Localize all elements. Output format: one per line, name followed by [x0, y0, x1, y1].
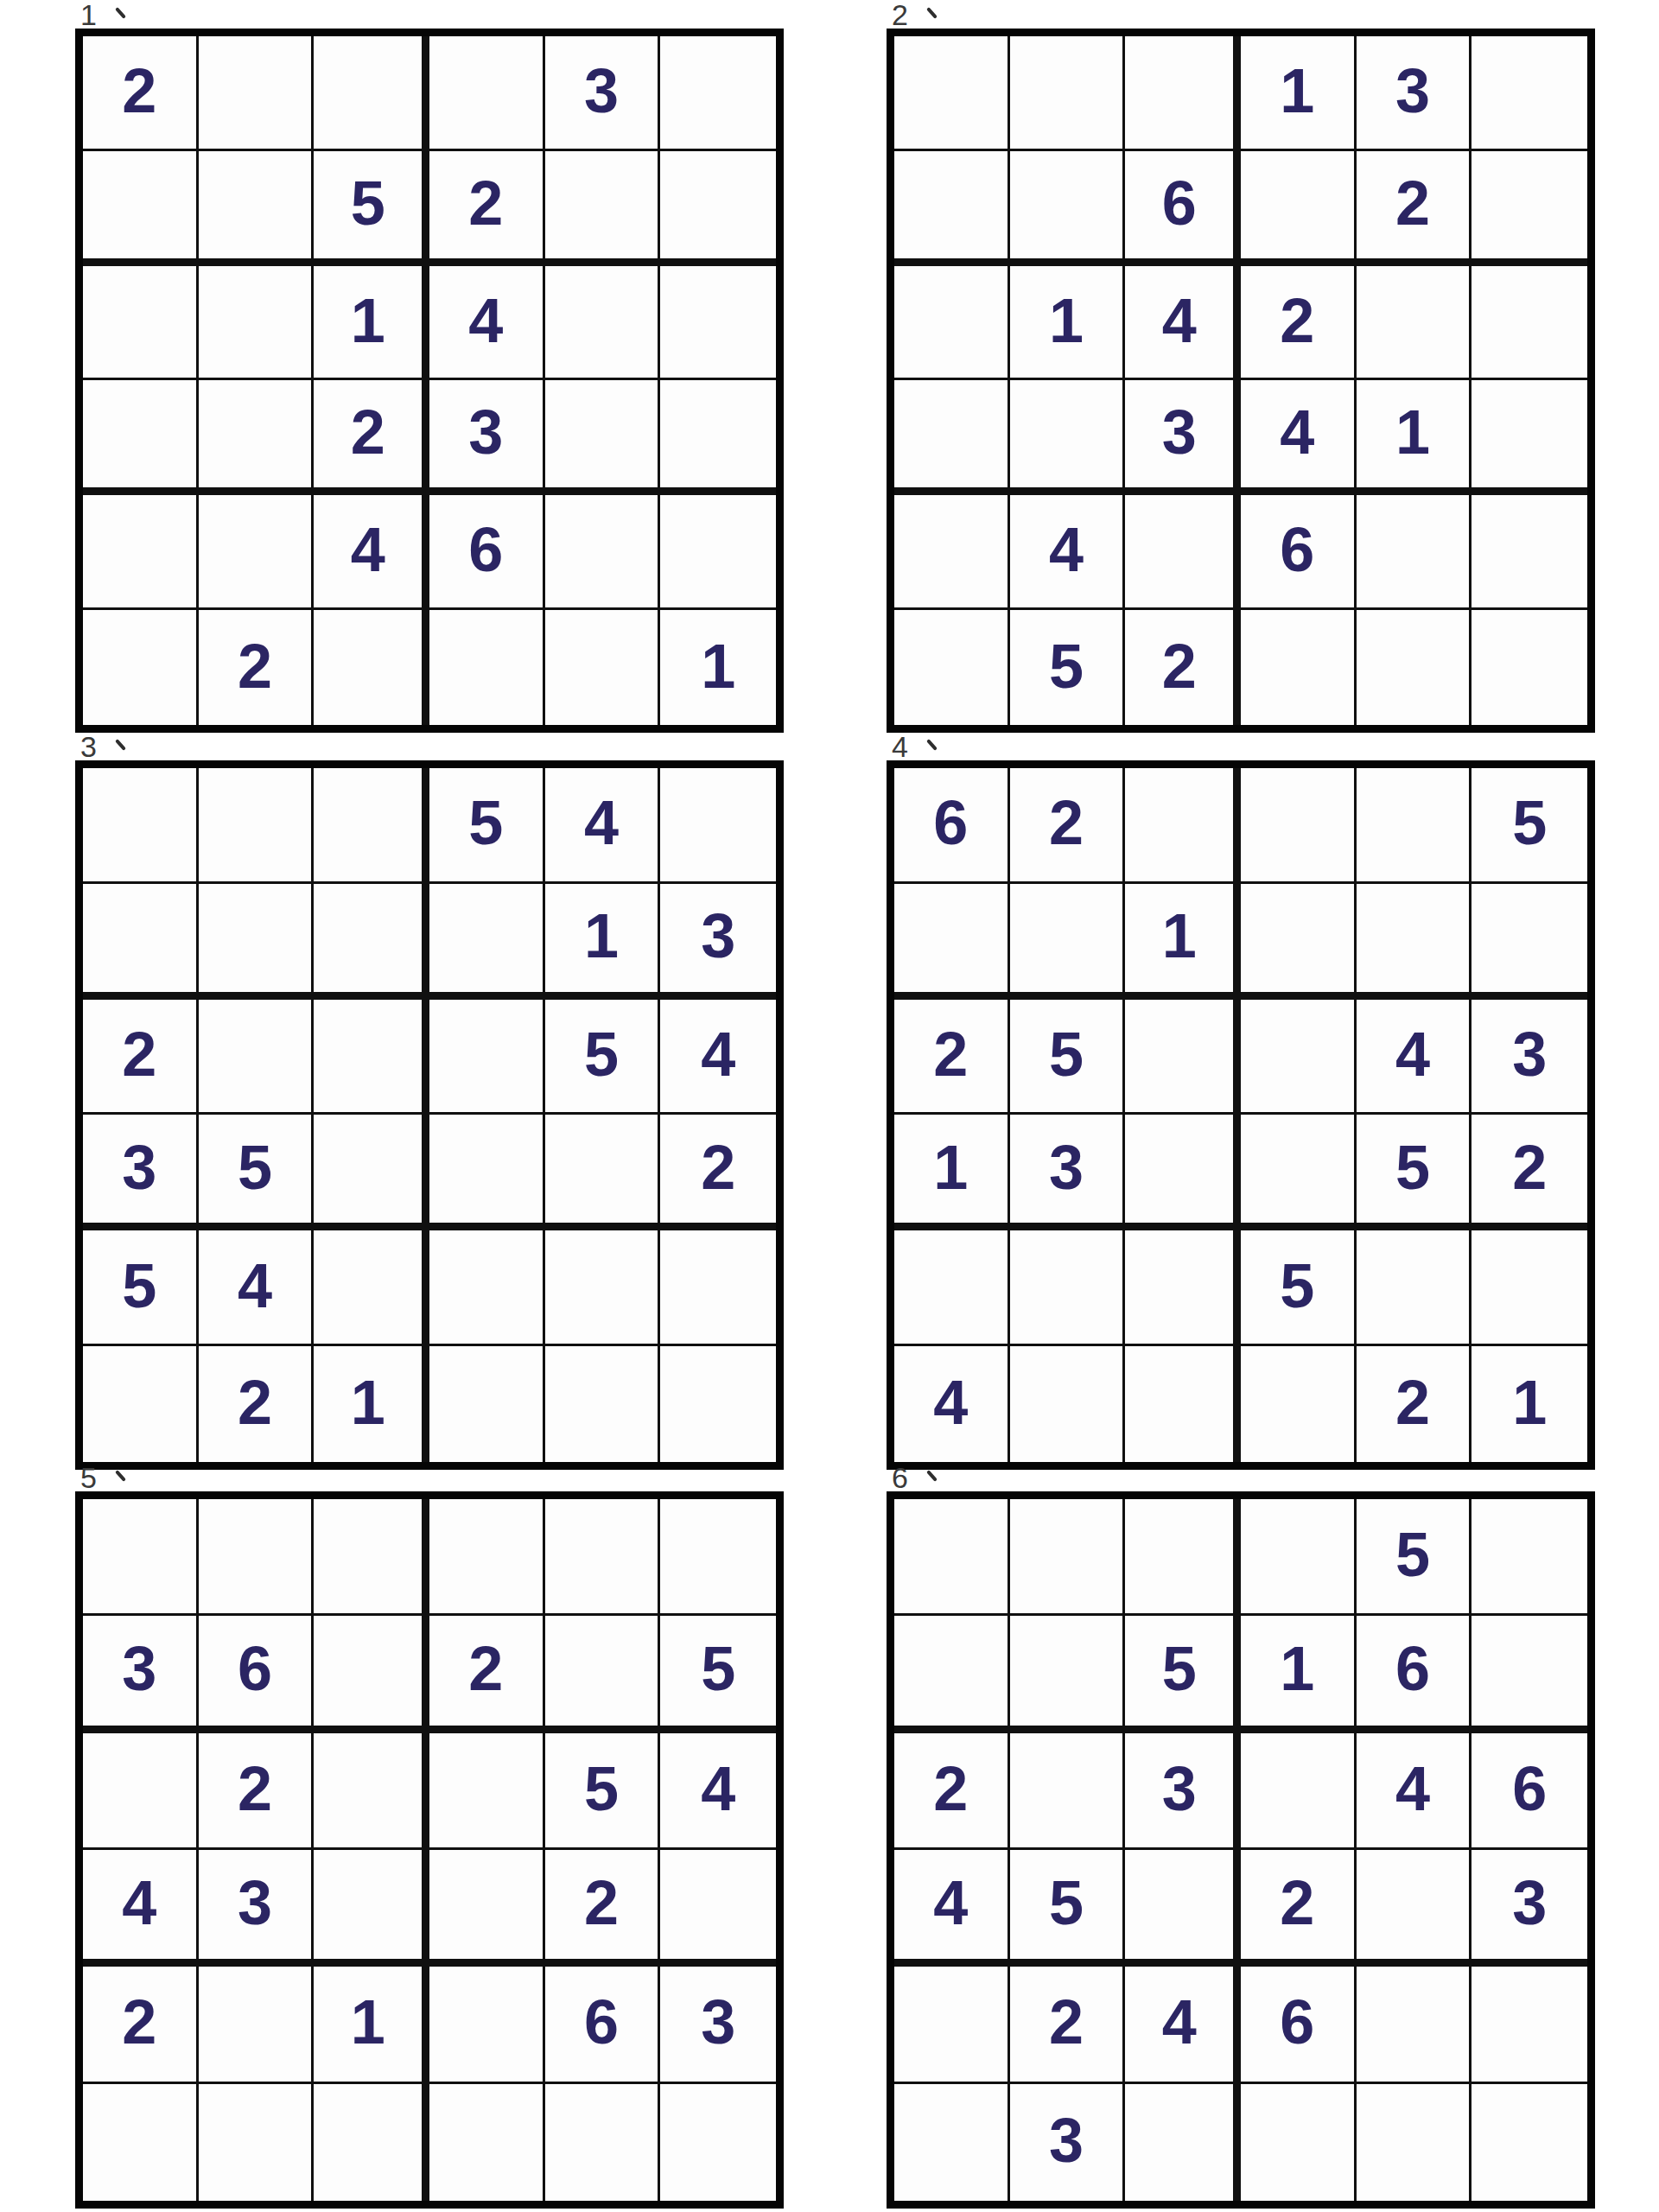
puzzle-4-number: 4 — [892, 732, 908, 761]
puzzle-3-cell-r2c2[interactable] — [199, 884, 315, 1000]
puzzle-4-cell-r2c4[interactable] — [1241, 884, 1357, 1000]
given-digit: 3 — [1162, 401, 1197, 463]
puzzle-5-cell-r6c5[interactable] — [545, 2084, 661, 2201]
puzzle-1-cell-r2c6[interactable] — [660, 151, 776, 266]
puzzle-6-cell-r5c6[interactable] — [1471, 1967, 1587, 2083]
puzzle-4-cell-r1c5[interactable] — [1357, 768, 1472, 884]
puzzle-3: 3 54132543525421 — [75, 732, 784, 1470]
given-digit: 4 — [584, 791, 619, 854]
puzzle-3-cell-r6c4[interactable] — [429, 1346, 545, 1462]
puzzle-2-number: 2 — [892, 0, 908, 29]
puzzle-4-cell-r3c4[interactable] — [1241, 1000, 1357, 1116]
puzzle-2-label: 2 — [887, 0, 1595, 29]
given-digit: 2 — [1049, 791, 1084, 854]
puzzle-2-cell-r4c3: 3 — [1125, 380, 1241, 495]
puzzle-2-cell-r5c6[interactable] — [1471, 495, 1587, 610]
puzzle-4-cell-r1c1: 6 — [894, 768, 1010, 884]
puzzle-1-cell-r6c4[interactable] — [429, 610, 545, 725]
puzzle-2-cell-r6c5[interactable] — [1357, 610, 1472, 725]
puzzle-1-cell-r1c5: 3 — [545, 36, 661, 151]
puzzle-5-cell-r4c1: 4 — [83, 1850, 199, 1967]
given-digit: 3 — [701, 1991, 735, 2053]
given-digit: 6 — [1162, 172, 1197, 234]
puzzle-5-cell-r5c5: 6 — [545, 1967, 661, 2083]
given-digit: 5 — [584, 1758, 619, 1820]
sudoku-board-1: 235214234621 — [75, 29, 784, 733]
given-digit: 5 — [351, 172, 385, 234]
puzzle-2-cell-r2c4[interactable] — [1241, 151, 1357, 266]
given-digit: 4 — [1395, 1758, 1430, 1820]
puzzle-3-cell-r2c1[interactable] — [83, 884, 199, 1000]
given-digit: 2 — [122, 1991, 156, 2053]
puzzle-4-cell-r3c2: 5 — [1010, 1000, 1126, 1116]
given-digit: 1 — [1280, 60, 1314, 122]
puzzle-1-number: 1 — [80, 0, 97, 29]
given-digit: 3 — [1049, 2109, 1084, 2171]
puzzle-5-cell-r2c2: 6 — [199, 1616, 315, 1732]
puzzle-6-cell-r3c4[interactable] — [1241, 1733, 1357, 1850]
puzzle-3-cell-r1c3[interactable] — [314, 768, 429, 884]
puzzle-2-cell-r1c1[interactable] — [894, 36, 1010, 151]
given-digit: 1 — [351, 1991, 385, 2053]
puzzle-2-cell-r4c5: 1 — [1357, 380, 1472, 495]
given-digit: 2 — [238, 1758, 272, 1820]
puzzle-3-cell-r1c4: 5 — [429, 768, 545, 884]
given-digit: 2 — [238, 635, 272, 697]
puzzle-4-cell-r4c4[interactable] — [1241, 1115, 1357, 1230]
puzzle-3-cell-r3c3[interactable] — [314, 1000, 429, 1116]
given-digit: 3 — [122, 1637, 156, 1700]
puzzle-2-cell-r6c4[interactable] — [1241, 610, 1357, 725]
puzzle-3-cell-r2c3[interactable] — [314, 884, 429, 1000]
puzzle-2-cell-r5c4: 6 — [1241, 495, 1357, 610]
puzzle-6-cell-r2c5: 6 — [1357, 1616, 1472, 1732]
puzzle-1-cell-r2c4: 2 — [429, 151, 545, 266]
puzzle-4-cell-r4c2: 3 — [1010, 1115, 1126, 1230]
puzzle-1-cell-r5c2[interactable] — [199, 495, 315, 610]
puzzle-4-cell-r3c5: 4 — [1357, 1000, 1472, 1116]
given-digit: 1 — [701, 635, 735, 697]
puzzle-4-cell-r2c2[interactable] — [1010, 884, 1126, 1000]
puzzle-2-cell-r3c3: 4 — [1125, 266, 1241, 381]
puzzle-3-cell-r5c3[interactable] — [314, 1230, 429, 1346]
puzzle-2-cell-r5c1[interactable] — [894, 495, 1010, 610]
given-digit: 2 — [933, 1023, 968, 1085]
given-digit: 2 — [1049, 1991, 1084, 2053]
puzzle-6-cell-r6c3[interactable] — [1125, 2084, 1241, 2201]
puzzle-2: 2 13621423414652 — [887, 0, 1595, 733]
given-digit: 3 — [238, 1872, 272, 1934]
given-digit: 6 — [1280, 1991, 1314, 2053]
puzzle-3-cell-r6c3: 1 — [314, 1346, 429, 1462]
puzzle-3-cell-r3c2[interactable] — [199, 1000, 315, 1116]
puzzle-2-cell-r2c1[interactable] — [894, 151, 1010, 266]
puzzle-6-cell-r1c3[interactable] — [1125, 1499, 1241, 1616]
puzzle-1-cell-r4c3: 2 — [314, 380, 429, 495]
given-digit: 5 — [1280, 1255, 1314, 1317]
puzzle-4-cell-r5c4: 5 — [1241, 1230, 1357, 1346]
puzzle-1-cell-r6c5[interactable] — [545, 610, 661, 725]
puzzle-2-cell-r6c1[interactable] — [894, 610, 1010, 725]
puzzle-3-cell-r2c6: 3 — [660, 884, 776, 1000]
puzzle-2-cell-r1c5: 3 — [1357, 36, 1472, 151]
given-digit: 5 — [1512, 791, 1547, 854]
puzzle-5-cell-r3c6: 4 — [660, 1733, 776, 1850]
puzzle-2-cell-r4c2[interactable] — [1010, 380, 1126, 495]
given-digit: 6 — [468, 518, 503, 581]
given-digit: 2 — [1395, 1371, 1430, 1433]
puzzle-5-cell-r6c1[interactable] — [83, 2084, 199, 2201]
puzzle-3-cell-r4c2: 5 — [199, 1115, 315, 1230]
puzzle-4-cell-r3c6: 3 — [1471, 1000, 1587, 1116]
given-digit: 6 — [1395, 1637, 1430, 1700]
puzzle-1-cell-r3c3: 1 — [314, 266, 429, 381]
puzzle-6-cell-r2c3: 5 — [1125, 1616, 1241, 1732]
puzzle-6-cell-r1c1[interactable] — [894, 1499, 1010, 1616]
puzzle-6-cell-r1c6[interactable] — [1471, 1499, 1587, 1616]
puzzle-6-cell-r4c3[interactable] — [1125, 1850, 1241, 1967]
given-digit: 5 — [122, 1255, 156, 1317]
puzzle-5-cell-r4c6[interactable] — [660, 1850, 776, 1967]
puzzle-2-cell-r6c2: 5 — [1010, 610, 1126, 725]
puzzle-2-cell-r2c3: 6 — [1125, 151, 1241, 266]
puzzle-6-cell-r6c4[interactable] — [1241, 2084, 1357, 2201]
given-digit: 2 — [122, 1023, 156, 1085]
given-digit: 1 — [1162, 905, 1197, 967]
puzzle-6-cell-r5c3: 4 — [1125, 1967, 1241, 2083]
puzzle-5-cell-r5c1: 2 — [83, 1967, 199, 2083]
puzzle-5-cell-r2c1: 3 — [83, 1616, 199, 1732]
puzzle-2-cell-r1c4: 1 — [1241, 36, 1357, 151]
given-digit: 3 — [701, 905, 735, 967]
puzzle-1-cell-r4c6[interactable] — [660, 380, 776, 495]
puzzle-1: 1 235214234621 — [75, 0, 784, 733]
puzzle-4-cell-r6c2[interactable] — [1010, 1346, 1126, 1462]
given-digit: 4 — [1162, 1991, 1197, 2053]
puzzle-6-cell-r4c6: 3 — [1471, 1850, 1587, 1967]
puzzle-3-cell-r3c4[interactable] — [429, 1000, 545, 1116]
puzzle-5-cell-r3c3[interactable] — [314, 1733, 429, 1850]
given-digit: 6 — [1512, 1758, 1547, 1820]
puzzle-6-cell-r5c2: 2 — [1010, 1967, 1126, 2083]
puzzle-4-cell-r5c3[interactable] — [1125, 1230, 1241, 1346]
puzzle-6-cell-r2c1[interactable] — [894, 1616, 1010, 1732]
puzzle-5-number: 5 — [80, 1463, 97, 1492]
puzzle-5-cell-r6c4[interactable] — [429, 2084, 545, 2201]
puzzle-1-cell-r3c5[interactable] — [545, 266, 661, 381]
puzzle-3-cell-r2c4[interactable] — [429, 884, 545, 1000]
puzzle-6-cell-r1c4[interactable] — [1241, 1499, 1357, 1616]
given-digit: 5 — [468, 791, 503, 854]
given-digit: 5 — [1049, 1872, 1084, 1934]
puzzle-1-cell-r4c1[interactable] — [83, 380, 199, 495]
puzzle-2-cell-r4c6[interactable] — [1471, 380, 1587, 495]
puzzle-1-cell-r5c6[interactable] — [660, 495, 776, 610]
given-digit: 1 — [933, 1136, 968, 1198]
puzzle-1-cell-r5c5[interactable] — [545, 495, 661, 610]
puzzle-5-cell-r5c2[interactable] — [199, 1967, 315, 2083]
puzzle-3-cell-r4c6: 2 — [660, 1115, 776, 1230]
given-digit: 2 — [1280, 1872, 1314, 1934]
puzzle-3-cell-r3c6: 4 — [660, 1000, 776, 1116]
puzzle-6: 6 5516234645232463 — [887, 1463, 1595, 2209]
puzzle-4-cell-r6c3[interactable] — [1125, 1346, 1241, 1462]
given-digit: 2 — [468, 172, 503, 234]
given-digit: 3 — [1395, 60, 1430, 122]
puzzle-4-cell-r5c5[interactable] — [1357, 1230, 1472, 1346]
puzzle-6-cell-r6c5[interactable] — [1357, 2084, 1472, 2201]
puzzle-2-cell-r3c4: 2 — [1241, 266, 1357, 381]
puzzle-6-cell-r3c5: 4 — [1357, 1733, 1472, 1850]
puzzle-4-cell-r3c3[interactable] — [1125, 1000, 1241, 1116]
puzzle-1-cell-r2c2[interactable] — [199, 151, 315, 266]
puzzle-5-cell-r1c4[interactable] — [429, 1499, 545, 1616]
given-digit: 2 — [351, 401, 385, 463]
given-digit: 1 — [1049, 289, 1084, 352]
puzzle-5-cell-r6c6[interactable] — [660, 2084, 776, 2201]
puzzle-6-cell-r3c3: 3 — [1125, 1733, 1241, 1850]
puzzle-6-cell-r3c1: 2 — [894, 1733, 1010, 1850]
puzzle-2-cell-r5c5[interactable] — [1357, 495, 1472, 610]
puzzle-5-cell-r5c6: 3 — [660, 1967, 776, 2083]
puzzle-6-cell-r5c5[interactable] — [1357, 1967, 1472, 2083]
sudoku-worksheet-page: { "page": { "title": "6x6 sudoku workshe… — [0, 0, 1659, 2212]
given-digit: 2 — [933, 1758, 968, 1820]
puzzle-1-cell-r6c3[interactable] — [314, 610, 429, 725]
puzzle-2-cell-r2c6[interactable] — [1471, 151, 1587, 266]
puzzle-6-cell-r3c6: 6 — [1471, 1733, 1587, 1850]
puzzle-1-cell-r4c4: 3 — [429, 380, 545, 495]
sudoku-board-6: 5516234645232463 — [887, 1491, 1595, 2209]
given-digit: 6 — [238, 1637, 272, 1700]
puzzle-4-cell-r6c1: 4 — [894, 1346, 1010, 1462]
given-digit: 5 — [238, 1136, 272, 1198]
puzzle-3-cell-r6c6[interactable] — [660, 1346, 776, 1462]
cjk-comma-icon — [926, 1470, 938, 1482]
given-digit: 4 — [1049, 518, 1084, 581]
puzzle-2-cell-r3c6[interactable] — [1471, 266, 1587, 381]
puzzle-4-cell-r1c6: 5 — [1471, 768, 1587, 884]
puzzle-6-cell-r6c2: 3 — [1010, 2084, 1126, 2201]
given-digit: 4 — [933, 1872, 968, 1934]
puzzle-1-cell-r3c1[interactable] — [83, 266, 199, 381]
puzzle-6-cell-r1c2[interactable] — [1010, 1499, 1126, 1616]
puzzle-5: 5 36252544322163 — [75, 1463, 784, 2209]
puzzle-1-cell-r6c2: 2 — [199, 610, 315, 725]
puzzle-6-cell-r6c1[interactable] — [894, 2084, 1010, 2201]
cjk-comma-icon — [926, 739, 938, 751]
sudoku-board-4: 6251254313525421 — [887, 760, 1595, 1470]
puzzle-1-cell-r1c3[interactable] — [314, 36, 429, 151]
puzzle-1-cell-r2c3: 5 — [314, 151, 429, 266]
puzzle-5-label: 5 — [75, 1463, 784, 1491]
puzzle-6-cell-r2c6[interactable] — [1471, 1616, 1587, 1732]
puzzle-4: 4 6251254313525421 — [887, 732, 1595, 1470]
sudoku-board-5: 36252544322163 — [75, 1491, 784, 2209]
puzzle-4-cell-r5c6[interactable] — [1471, 1230, 1587, 1346]
puzzle-5-cell-r3c5: 5 — [545, 1733, 661, 1850]
puzzle-6-cell-r4c2: 5 — [1010, 1850, 1126, 1967]
puzzle-3-cell-r6c1[interactable] — [83, 1346, 199, 1462]
puzzle-3-cell-r4c3[interactable] — [314, 1115, 429, 1230]
puzzle-2-cell-r4c1[interactable] — [894, 380, 1010, 495]
puzzle-5-cell-r1c2[interactable] — [199, 1499, 315, 1616]
puzzle-2-cell-r5c2: 4 — [1010, 495, 1126, 610]
puzzle-1-cell-r5c1[interactable] — [83, 495, 199, 610]
sudoku-board-3: 54132543525421 — [75, 760, 784, 1470]
puzzle-4-label: 4 — [887, 732, 1595, 760]
puzzle-2-cell-r5c3[interactable] — [1125, 495, 1241, 610]
puzzle-2-cell-r1c2[interactable] — [1010, 36, 1126, 151]
puzzle-3-cell-r4c4[interactable] — [429, 1115, 545, 1230]
puzzle-5-cell-r3c2: 2 — [199, 1733, 315, 1850]
puzzle-1-cell-r2c5[interactable] — [545, 151, 661, 266]
puzzle-1-cell-r5c3: 4 — [314, 495, 429, 610]
given-digit: 4 — [122, 1872, 156, 1934]
puzzle-5-cell-r4c4[interactable] — [429, 1850, 545, 1967]
puzzle-2-cell-r2c5: 2 — [1357, 151, 1472, 266]
puzzle-4-cell-r2c5[interactable] — [1357, 884, 1472, 1000]
puzzle-2-cell-r3c1[interactable] — [894, 266, 1010, 381]
puzzle-1-cell-r5c4: 6 — [429, 495, 545, 610]
puzzle-1-cell-r4c5[interactable] — [545, 380, 661, 495]
puzzle-1-cell-r2c1[interactable] — [83, 151, 199, 266]
given-digit: 1 — [1280, 1637, 1314, 1700]
puzzle-5-cell-r6c3[interactable] — [314, 2084, 429, 2201]
given-digit: 4 — [351, 518, 385, 581]
puzzle-3-cell-r1c6[interactable] — [660, 768, 776, 884]
puzzle-5-cell-r5c4[interactable] — [429, 1967, 545, 2083]
given-digit: 6 — [1280, 518, 1314, 581]
puzzle-6-cell-r2c2[interactable] — [1010, 1616, 1126, 1732]
given-digit: 2 — [1280, 289, 1314, 352]
puzzle-1-cell-r1c2[interactable] — [199, 36, 315, 151]
given-digit: 3 — [1162, 1758, 1197, 1820]
puzzle-3-cell-r5c1: 5 — [83, 1230, 199, 1346]
puzzle-4-cell-r4c3[interactable] — [1125, 1115, 1241, 1230]
puzzle-6-cell-r6c6[interactable] — [1471, 2084, 1587, 2201]
puzzle-4-cell-r4c6: 2 — [1471, 1115, 1587, 1230]
given-digit: 2 — [1512, 1136, 1547, 1198]
puzzle-2-cell-r3c5[interactable] — [1357, 266, 1472, 381]
given-digit: 4 — [701, 1023, 735, 1085]
puzzle-3-cell-r1c2[interactable] — [199, 768, 315, 884]
given-digit: 6 — [584, 1991, 619, 2053]
given-digit: 5 — [701, 1637, 735, 1700]
puzzle-4-cell-r3c1: 2 — [894, 1000, 1010, 1116]
given-digit: 5 — [1395, 1523, 1430, 1586]
puzzle-5-cell-r5c3: 1 — [314, 1967, 429, 2083]
cjk-comma-icon — [115, 1470, 126, 1482]
puzzle-3-cell-r5c5[interactable] — [545, 1230, 661, 1346]
puzzle-1-cell-r4c2[interactable] — [199, 380, 315, 495]
puzzle-5-cell-r1c5[interactable] — [545, 1499, 661, 1616]
given-digit: 5 — [1049, 1023, 1084, 1085]
puzzle-6-cell-r4c5[interactable] — [1357, 1850, 1472, 1967]
given-digit: 2 — [701, 1136, 735, 1198]
puzzle-2-cell-r6c6[interactable] — [1471, 610, 1587, 725]
given-digit: 2 — [122, 60, 156, 122]
puzzle-6-cell-r3c2[interactable] — [1010, 1733, 1126, 1850]
puzzle-2-cell-r6c3: 2 — [1125, 610, 1241, 725]
puzzle-5-cell-r1c3[interactable] — [314, 1499, 429, 1616]
given-digit: 4 — [701, 1758, 735, 1820]
puzzle-5-cell-r2c5[interactable] — [545, 1616, 661, 1732]
puzzle-4-cell-r2c3: 1 — [1125, 884, 1241, 1000]
puzzle-5-cell-r3c1[interactable] — [83, 1733, 199, 1850]
given-digit: 1 — [584, 905, 619, 967]
puzzle-5-cell-r6c2[interactable] — [199, 2084, 315, 2201]
puzzle-1-cell-r3c2[interactable] — [199, 266, 315, 381]
puzzle-6-number: 6 — [892, 1463, 908, 1492]
puzzle-1-cell-r6c6: 1 — [660, 610, 776, 725]
puzzle-1-cell-r3c6[interactable] — [660, 266, 776, 381]
puzzle-4-cell-r1c4[interactable] — [1241, 768, 1357, 884]
puzzle-2-cell-r2c2[interactable] — [1010, 151, 1126, 266]
puzzle-6-cell-r4c4: 2 — [1241, 1850, 1357, 1967]
puzzle-2-cell-r1c3[interactable] — [1125, 36, 1241, 151]
given-digit: 2 — [584, 1872, 619, 1934]
puzzle-4-cell-r5c1[interactable] — [894, 1230, 1010, 1346]
puzzle-3-cell-r4c5[interactable] — [545, 1115, 661, 1230]
puzzle-6-cell-r5c1[interactable] — [894, 1967, 1010, 2083]
puzzle-5-cell-r4c5: 2 — [545, 1850, 661, 1967]
puzzle-6-label: 6 — [887, 1463, 1595, 1491]
given-digit: 4 — [468, 289, 503, 352]
puzzle-5-cell-r1c1[interactable] — [83, 1499, 199, 1616]
puzzle-3-cell-r6c2: 2 — [199, 1346, 315, 1462]
puzzle-2-cell-r4c4: 4 — [1241, 380, 1357, 495]
puzzle-4-cell-r6c4[interactable] — [1241, 1346, 1357, 1462]
puzzle-5-cell-r2c3[interactable] — [314, 1616, 429, 1732]
given-digit: 1 — [1395, 401, 1430, 463]
puzzle-2-cell-r1c6[interactable] — [1471, 36, 1587, 151]
puzzle-3-cell-r6c5[interactable] — [545, 1346, 661, 1462]
puzzle-4-cell-r6c5: 2 — [1357, 1346, 1472, 1462]
given-digit: 3 — [122, 1136, 156, 1198]
puzzle-4-cell-r5c2[interactable] — [1010, 1230, 1126, 1346]
puzzle-4-cell-r1c3[interactable] — [1125, 768, 1241, 884]
puzzle-3-cell-r3c5: 5 — [545, 1000, 661, 1116]
given-digit: 2 — [238, 1371, 272, 1433]
puzzle-1-cell-r1c4[interactable] — [429, 36, 545, 151]
given-digit: 4 — [1162, 289, 1197, 352]
puzzle-1-cell-r1c1: 2 — [83, 36, 199, 151]
puzzle-4-cell-r6c6: 1 — [1471, 1346, 1587, 1462]
puzzle-5-cell-r3c4[interactable] — [429, 1733, 545, 1850]
given-digit: 5 — [584, 1023, 619, 1085]
puzzle-1-cell-r6c1[interactable] — [83, 610, 199, 725]
puzzle-3-cell-r5c4[interactable] — [429, 1230, 545, 1346]
given-digit: 5 — [1049, 635, 1084, 697]
puzzle-5-cell-r1c6[interactable] — [660, 1499, 776, 1616]
puzzle-3-label: 3 — [75, 732, 784, 760]
puzzle-5-cell-r2c6: 5 — [660, 1616, 776, 1732]
puzzle-5-cell-r4c3[interactable] — [314, 1850, 429, 1967]
puzzle-4-cell-r2c6[interactable] — [1471, 884, 1587, 1000]
given-digit: 2 — [1162, 635, 1197, 697]
puzzle-1-cell-r1c6[interactable] — [660, 36, 776, 151]
given-digit: 6 — [933, 791, 968, 854]
given-digit: 3 — [468, 401, 503, 463]
puzzle-3-cell-r5c6[interactable] — [660, 1230, 776, 1346]
puzzle-6-cell-r5c4: 6 — [1241, 1967, 1357, 2083]
puzzle-3-cell-r1c1[interactable] — [83, 768, 199, 884]
given-digit: 4 — [933, 1371, 968, 1433]
puzzle-4-cell-r2c1[interactable] — [894, 884, 1010, 1000]
cjk-comma-icon — [115, 7, 126, 19]
cjk-comma-icon — [926, 7, 938, 19]
